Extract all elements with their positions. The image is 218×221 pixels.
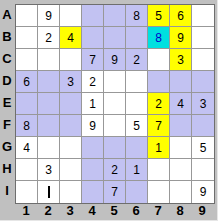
digit: 5 [133,119,140,133]
col-label-3: 3 [59,202,81,220]
cell-C1[interactable] [16,49,38,71]
row-label-A: A [0,4,14,26]
cell-B1[interactable] [16,27,38,49]
cell-C2[interactable] [38,49,60,71]
digit: 4 [67,31,74,45]
cell-I9[interactable]: 9 [192,181,214,203]
cell-H8[interactable] [170,159,192,181]
cell-H7[interactable] [148,159,170,181]
cell-E7[interactable]: 2 [148,93,170,115]
row-label-G: G [0,136,14,158]
digit: 5 [200,141,207,155]
cell-I6[interactable] [126,181,148,203]
cell-H4[interactable] [82,159,104,181]
cell-F7[interactable]: 7 [148,115,170,137]
cell-E8[interactable]: 4 [170,93,192,115]
cell-D5[interactable] [104,71,126,93]
cell-E5[interactable] [104,93,126,115]
column-labels: 123456789 [15,202,213,220]
row-label-F: F [0,114,14,136]
cell-I4[interactable] [82,181,104,203]
cell-C5[interactable]: 9 [104,49,126,71]
digit: 4 [177,97,184,111]
digit: 3 [67,75,74,89]
row-label-E: E [0,92,14,114]
cell-D8[interactable] [170,71,192,93]
cell-F3[interactable] [60,115,82,137]
cell-E3[interactable] [60,93,82,115]
cell-A4[interactable] [82,5,104,27]
cell-G9[interactable]: 5 [192,137,214,159]
row-label-B: B [0,26,14,48]
cell-E6[interactable] [126,93,148,115]
cell-F4[interactable]: 9 [82,115,104,137]
cell-G3[interactable] [60,137,82,159]
digit: 2 [155,97,162,111]
col-label-8: 8 [169,202,191,220]
digit: 7 [155,119,162,133]
digit: 6 [23,75,30,89]
digit: 7 [111,185,118,199]
cell-I8[interactable] [170,181,192,203]
cell-H3[interactable] [60,159,82,181]
cell-D7[interactable] [148,71,170,93]
cell-E1[interactable] [16,93,38,115]
cell-B8[interactable]: 9 [170,27,192,49]
row-label-D: D [0,70,14,92]
sudoku-board-frame: ABCDEFGHI 985624897923632124389574153217… [0,0,218,221]
cell-D4[interactable]: 2 [82,71,104,93]
cell-D1[interactable]: 6 [16,71,38,93]
cell-A5[interactable] [104,5,126,27]
col-label-2: 2 [37,202,59,220]
row-label-H: H [0,158,14,180]
digit: 2 [45,31,52,45]
digit: 4 [23,141,30,155]
cell-F5[interactable] [104,115,126,137]
digit: 3 [177,53,184,67]
cell-A6[interactable]: 8 [126,5,148,27]
cell-E2[interactable] [38,93,60,115]
col-label-7: 7 [147,202,169,220]
cell-B7[interactable]: 8 [148,27,170,49]
digit: 9 [177,31,184,45]
cell-B6[interactable] [126,27,148,49]
cell-D3[interactable]: 3 [60,71,82,93]
digit: 9 [200,185,207,199]
sudoku-grid: 9856248979236321243895741532179 [15,4,215,204]
cell-H9[interactable] [192,159,214,181]
cell-H5[interactable]: 2 [104,159,126,181]
digit: 8 [133,9,140,23]
row-labels: ABCDEFGHI [0,4,14,202]
col-label-1: 1 [15,202,37,220]
cell-A2[interactable]: 9 [38,5,60,27]
cell-F2[interactable] [38,115,60,137]
col-label-6: 6 [125,202,147,220]
digit: 1 [89,97,96,111]
cell-C4[interactable]: 7 [82,49,104,71]
cell-A3[interactable] [60,5,82,27]
cell-H2[interactable]: 3 [38,159,60,181]
cell-F9[interactable] [192,115,214,137]
digit: 9 [111,53,118,67]
cell-H1[interactable] [16,159,38,181]
digit: 2 [111,163,118,177]
col-label-5: 5 [103,202,125,220]
cell-D9[interactable] [192,71,214,93]
cell-C7[interactable] [148,49,170,71]
cell-G7[interactable]: 1 [148,137,170,159]
cell-I1[interactable] [16,181,38,203]
text-caret [48,186,50,198]
digit: 9 [89,119,96,133]
cell-C8[interactable]: 3 [170,49,192,71]
cell-G4[interactable] [82,137,104,159]
cell-G1[interactable]: 4 [16,137,38,159]
cell-B5[interactable] [104,27,126,49]
digit: 2 [89,75,96,89]
cell-G5[interactable] [104,137,126,159]
cell-I5[interactable]: 7 [104,181,126,203]
cell-I7[interactable] [148,181,170,203]
row-label-I: I [0,180,14,202]
digit: 6 [177,9,184,23]
cell-I3[interactable] [60,181,82,203]
cell-C3[interactable] [60,49,82,71]
col-label-4: 4 [81,202,103,220]
digit: 7 [89,53,96,67]
digit: 5 [155,9,162,23]
cell-F1[interactable]: 8 [16,115,38,137]
cell-F6[interactable]: 5 [126,115,148,137]
cell-E4[interactable]: 1 [82,93,104,115]
cell-G8[interactable] [170,137,192,159]
digit: 8 [23,119,30,133]
cell-E9[interactable]: 3 [192,93,214,115]
cell-B2[interactable]: 2 [38,27,60,49]
cell-B4[interactable] [82,27,104,49]
cell-C6[interactable]: 2 [126,49,148,71]
digit: 3 [200,97,207,111]
digit: 9 [45,9,52,23]
digit: 1 [133,163,140,177]
cell-G2[interactable] [38,137,60,159]
digit: 8 [155,31,162,45]
digit: 3 [45,163,52,177]
cell-C9[interactable] [192,49,214,71]
cell-F8[interactable] [170,115,192,137]
cell-D2[interactable] [38,71,60,93]
cell-A8[interactable]: 6 [170,5,192,27]
cell-A9[interactable] [192,5,214,27]
cell-D6[interactable] [126,71,148,93]
cell-H6[interactable]: 1 [126,159,148,181]
cell-B3[interactable]: 4 [60,27,82,49]
cell-G6[interactable] [126,137,148,159]
cell-A1[interactable] [16,5,38,27]
col-label-9: 9 [191,202,213,220]
cell-A7[interactable]: 5 [148,5,170,27]
row-label-C: C [0,48,14,70]
digit: 1 [155,141,162,155]
cell-B9[interactable] [192,27,214,49]
digit: 2 [133,53,140,67]
cell-I2[interactable] [38,181,60,203]
